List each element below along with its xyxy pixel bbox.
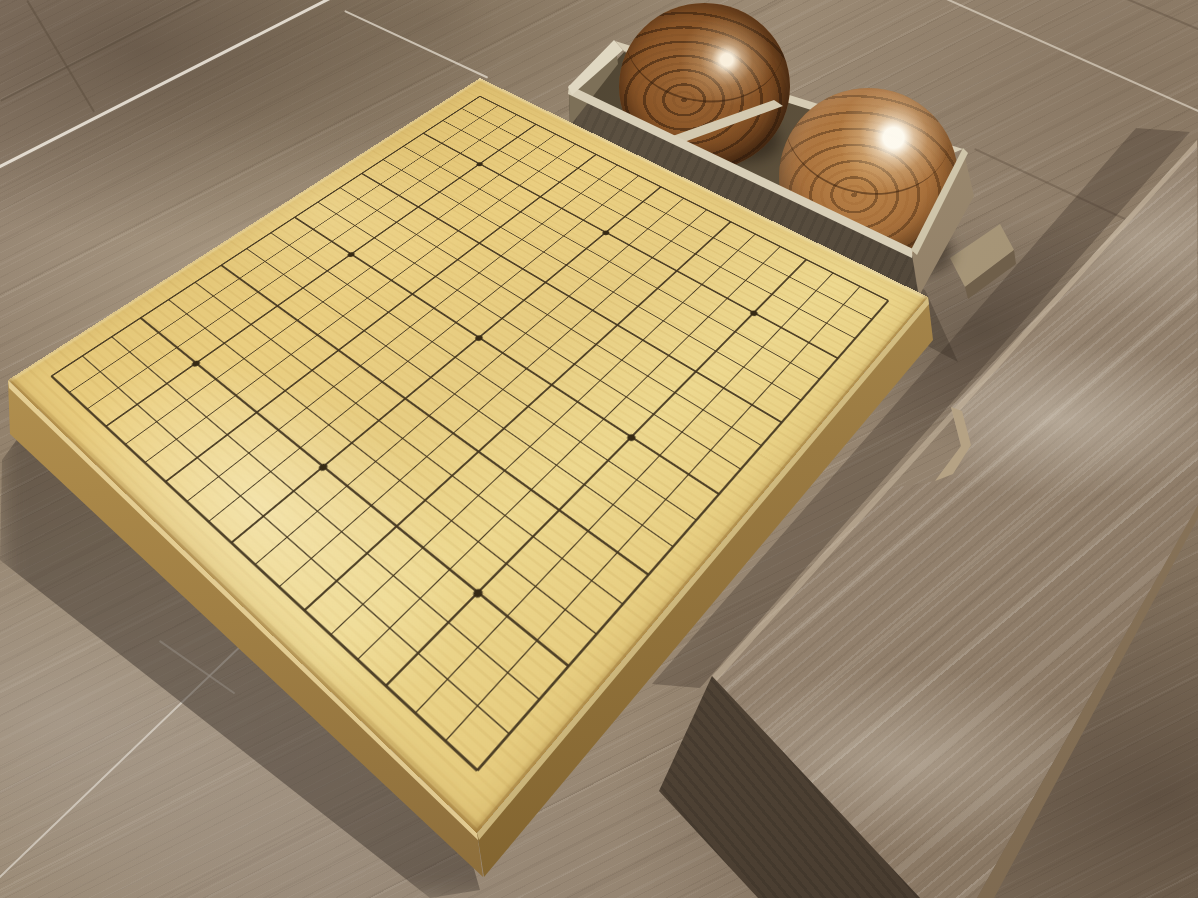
grid-line-horizontal	[340, 187, 763, 446]
photo-scene	[0, 0, 1198, 898]
grid-line-horizontal	[317, 202, 741, 470]
grid-line-horizontal	[361, 173, 782, 423]
grid-line-horizontal	[221, 265, 649, 576]
